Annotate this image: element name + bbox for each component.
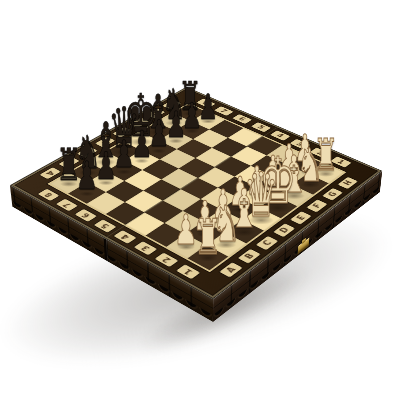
square-a4[interactable]	[125, 212, 164, 235]
square-c5[interactable]	[143, 179, 180, 200]
rank-label-right-6: 6	[232, 114, 252, 124]
square-b5[interactable]	[125, 191, 163, 213]
file-label-bottom-G: G	[322, 188, 343, 201]
piece-black-pawn-a7[interactable]: ♟	[76, 158, 98, 197]
rank-label-left-6: 6	[75, 209, 97, 222]
file-label-bottom-A: A	[219, 262, 242, 277]
file-label-bottom-B: B	[238, 249, 261, 264]
file-label-bottom-F: F	[306, 199, 327, 212]
rank-label-left-2: 2	[155, 253, 179, 267]
rank-label-left-5: 5	[94, 219, 117, 232]
square-a5[interactable]	[106, 202, 145, 225]
rank-label-left-8: 8	[38, 189, 60, 201]
piece-black-pawn-b7[interactable]: ♟	[95, 147, 117, 185]
rank-label-left-1: 1	[176, 264, 200, 279]
rank-label-left-7: 7	[56, 199, 78, 212]
piece-white-rook-a1[interactable]: ♜	[194, 213, 222, 262]
rank-label-left-3: 3	[134, 241, 157, 255]
rank-label-left-4: 4	[114, 230, 137, 244]
file-label-bottom-H: H	[338, 177, 358, 189]
chess-set-photo: AABBCCDDEEFFGGHH1122334455667788 ♜♞♝♛♚♝♞…	[0, 0, 400, 400]
